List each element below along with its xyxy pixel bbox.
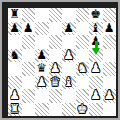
black-knight[interactable]: ♞ [9, 49, 20, 63]
square-f2[interactable] [76, 89, 90, 103]
black-pawn[interactable]: ♟ [23, 22, 34, 36]
square-d5[interactable] [49, 49, 63, 63]
square-a2[interactable]: ♟ [8, 89, 22, 103]
square-e4[interactable] [62, 62, 76, 76]
black-queen[interactable]: ♛ [36, 62, 47, 76]
square-d1[interactable] [49, 103, 63, 117]
square-f3[interactable] [76, 76, 90, 90]
square-b4[interactable] [22, 62, 36, 76]
square-h1[interactable] [103, 103, 117, 117]
square-b2[interactable] [22, 89, 36, 103]
square-d2[interactable] [49, 89, 63, 103]
square-e8[interactable] [62, 8, 76, 22]
white-pawn[interactable]: ♟ [9, 89, 20, 103]
black-pawn[interactable]: ♟ [36, 49, 47, 63]
square-g2[interactable]: ♟ [89, 89, 103, 103]
square-a5[interactable]: ♞ [8, 49, 22, 63]
square-g7[interactable]: ♝ [89, 22, 103, 36]
square-g3[interactable] [89, 76, 103, 90]
square-a4[interactable] [8, 62, 22, 76]
square-f6[interactable] [76, 35, 90, 49]
square-f7[interactable] [76, 22, 90, 36]
square-d3[interactable]: ♛ [49, 76, 63, 90]
black-pawn[interactable]: ♟ [63, 22, 74, 36]
white-pawn[interactable]: ♟ [63, 49, 74, 63]
square-b6[interactable] [22, 35, 36, 49]
square-c3[interactable]: ♟ [35, 76, 49, 90]
square-c2[interactable] [35, 89, 49, 103]
square-d4[interactable]: ♟ [49, 62, 63, 76]
square-e3[interactable]: ♝ [62, 76, 76, 90]
square-c5[interactable]: ♟ [35, 49, 49, 63]
square-c7[interactable] [35, 22, 49, 36]
white-king[interactable]: ♚ [77, 103, 88, 117]
white-knight[interactable]: ♞ [77, 62, 88, 76]
square-b5[interactable] [22, 49, 36, 63]
square-c1[interactable] [35, 103, 49, 117]
square-h6[interactable] [103, 35, 117, 49]
square-a6[interactable] [8, 35, 22, 49]
white-pawn[interactable]: ♟ [90, 89, 101, 103]
square-d8[interactable] [49, 8, 63, 22]
white-pawn[interactable]: ♟ [36, 76, 47, 90]
square-e1[interactable] [62, 103, 76, 117]
white-queen[interactable]: ♛ [50, 76, 61, 90]
white-rook[interactable]: ♜ [9, 103, 20, 117]
square-a3[interactable] [8, 76, 22, 90]
square-h4[interactable] [103, 62, 117, 76]
black-pawn[interactable]: ♟ [90, 35, 101, 49]
square-g1[interactable] [89, 103, 103, 117]
black-pawn[interactable]: ♟ [104, 22, 115, 36]
square-c4[interactable]: ♛ [35, 62, 49, 76]
square-b3[interactable] [22, 76, 36, 90]
square-c8[interactable] [35, 8, 49, 22]
square-d6[interactable] [49, 35, 63, 49]
square-f5[interactable] [76, 49, 90, 63]
square-b8[interactable] [22, 8, 36, 22]
black-pawn[interactable]: ♟ [9, 22, 20, 36]
white-pawn[interactable]: ♟ [90, 62, 101, 76]
black-rook[interactable]: ♜ [9, 8, 20, 22]
white-bishop[interactable]: ♝ [63, 76, 74, 90]
square-h7[interactable]: ♟ [103, 22, 117, 36]
chess-board: ♜♚♟♟♟♝♟♟♞♟♟♛♟♞♟♟♛♝♟♟♟♜♚ [8, 8, 116, 116]
square-b1[interactable] [22, 103, 36, 117]
square-c6[interactable] [35, 35, 49, 49]
white-pawn[interactable]: ♟ [104, 89, 115, 103]
square-h5[interactable] [103, 49, 117, 63]
chess-board-frame: ♜♚♟♟♟♝♟♟♞♟♟♛♟♞♟♟♛♝♟♟♟♜♚ [0, 0, 120, 120]
square-e6[interactable] [62, 35, 76, 49]
square-g5[interactable] [89, 49, 103, 63]
square-h8[interactable] [103, 8, 117, 22]
black-bishop[interactable]: ♝ [90, 22, 101, 36]
square-a1[interactable]: ♜ [8, 103, 22, 117]
square-h2[interactable]: ♟ [103, 89, 117, 103]
square-a7[interactable]: ♟ [8, 22, 22, 36]
white-pawn[interactable]: ♟ [50, 62, 61, 76]
square-f1[interactable]: ♚ [76, 103, 90, 117]
square-g8[interactable]: ♚ [89, 8, 103, 22]
square-e7[interactable]: ♟ [62, 22, 76, 36]
square-e5[interactable]: ♟ [62, 49, 76, 63]
square-d7[interactable] [49, 22, 63, 36]
square-g6[interactable]: ♟ [89, 35, 103, 49]
square-g4[interactable]: ♟ [89, 62, 103, 76]
square-f4[interactable]: ♞ [76, 62, 90, 76]
square-h3[interactable] [103, 76, 117, 90]
black-king[interactable]: ♚ [90, 8, 101, 22]
square-b7[interactable]: ♟ [22, 22, 36, 36]
square-a8[interactable]: ♜ [8, 8, 22, 22]
square-e2[interactable] [62, 89, 76, 103]
board-border: ♜♚♟♟♟♝♟♟♞♟♟♛♟♞♟♟♛♝♟♟♟♜♚ [2, 2, 118, 118]
square-f8[interactable] [76, 8, 90, 22]
